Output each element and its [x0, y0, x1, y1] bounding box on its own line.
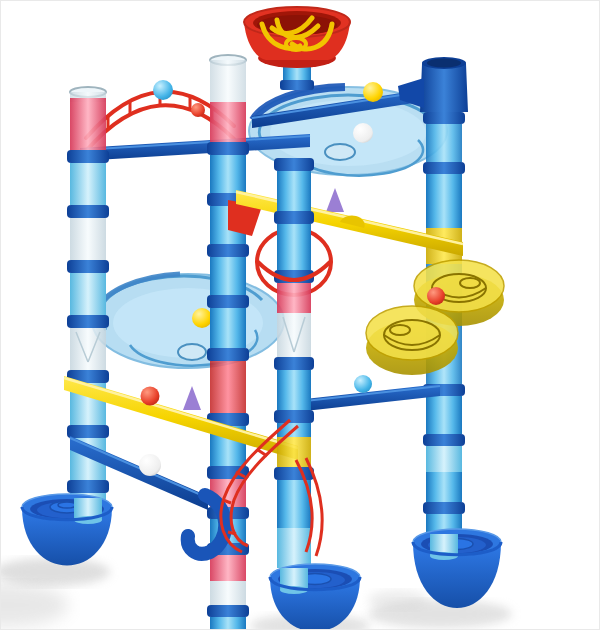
- shadow-right-small: [368, 590, 428, 610]
- marble-yellow-middle-dish: [192, 308, 212, 328]
- right-tower-lower: [423, 384, 465, 536]
- purple-cone: [183, 386, 201, 410]
- right-basin: [413, 529, 501, 608]
- purple-cone: [326, 188, 344, 212]
- red-rail-knob: [191, 103, 205, 117]
- left-basin: [22, 494, 112, 566]
- pink-tube-segment: [277, 283, 311, 313]
- red-tube-segment: [70, 98, 106, 152]
- marble-yellow-track: [363, 82, 383, 102]
- marble-lightblue-arch: [153, 80, 173, 100]
- middle-spiral-dish: [92, 274, 284, 368]
- upper-dish-hole: [325, 144, 355, 160]
- marble-red-ramp: [141, 387, 160, 406]
- lower-right-track: [296, 375, 440, 412]
- lower-yellow-wheel: [366, 306, 458, 375]
- top-funnel: [244, 7, 350, 90]
- marble-white-upper-dish: [353, 123, 373, 143]
- red-tube-segment: [210, 102, 246, 142]
- translucent-red-segment: [210, 361, 246, 413]
- marble-white-ramp: [139, 454, 161, 476]
- shadow-floor-left: [0, 583, 68, 627]
- middle-dish-hole: [178, 344, 206, 360]
- marble-lightblue-track: [354, 375, 372, 393]
- center-tower: [274, 158, 314, 568]
- marble-run-photo: [0, 0, 600, 630]
- marble-red-wheel: [427, 287, 445, 305]
